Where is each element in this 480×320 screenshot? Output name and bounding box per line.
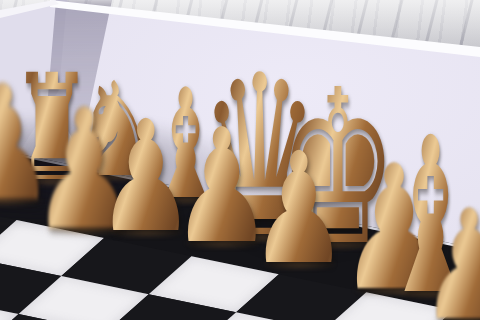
- pieces-layer: ♞♜♝♟♟♟♛♟♚♟♟♝♟: [0, 0, 480, 320]
- chess-photo-scene: ♞♜♝♟♟♟♛♟♚♟♟♝♟: [0, 0, 480, 320]
- chess-piece-pawn[interactable]: ♟: [414, 190, 480, 320]
